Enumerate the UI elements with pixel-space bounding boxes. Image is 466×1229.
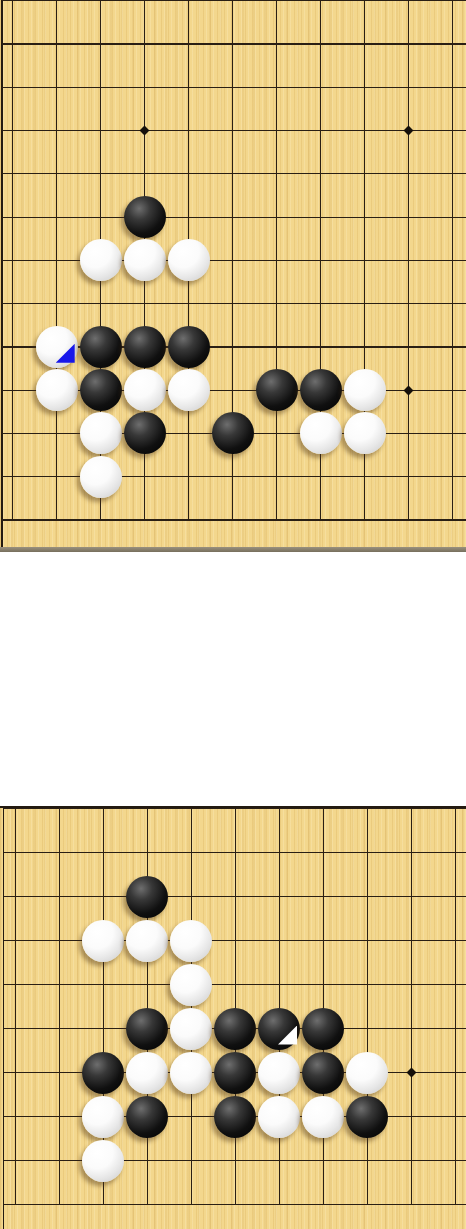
grid-line [147, 808, 148, 1205]
black-stone [126, 876, 168, 918]
grid-line [2, 43, 466, 44]
grid-line [323, 808, 324, 1205]
grid-line [452, 0, 453, 520]
white-stone [80, 456, 122, 498]
grid-line [15, 808, 16, 1205]
grid-line [276, 0, 277, 520]
white-stone [124, 369, 166, 411]
grid-line [2, 173, 466, 174]
white-stone [80, 239, 122, 281]
black-stone [124, 196, 166, 238]
black-stone [302, 1052, 344, 1094]
grid-line [2, 0, 466, 1]
grid-line [235, 808, 236, 1205]
black-stone [212, 412, 254, 454]
black-stone [124, 412, 166, 454]
page-root [0, 0, 466, 1229]
grid-line [2, 303, 466, 304]
grid-line [2, 217, 466, 218]
white-stone [258, 1052, 300, 1094]
white-stone [82, 920, 124, 962]
white-stone [82, 1096, 124, 1138]
grid-line [2, 519, 466, 520]
black-stone [82, 1052, 124, 1094]
page: { "game": "go", "description": "Two go d… [0, 0, 466, 1229]
black-stone [346, 1096, 388, 1138]
white-stone [126, 1052, 168, 1094]
white-stone [302, 1096, 344, 1138]
white-stone [82, 1140, 124, 1182]
grid-line [455, 808, 456, 1205]
white-stone [300, 412, 342, 454]
star-point [406, 1068, 416, 1078]
white-stone [346, 1052, 388, 1094]
grid-line [367, 808, 368, 1205]
board-edge-line [1, 0, 3, 547]
white-stone [170, 1008, 212, 1050]
star-point [404, 126, 414, 136]
black-stone [126, 1008, 168, 1050]
black-stone [80, 369, 122, 411]
grid-line [2, 260, 466, 261]
grid-line [279, 808, 280, 1205]
black-stone [168, 326, 210, 368]
go-board-top[interactable] [0, 0, 466, 552]
black-stone [300, 369, 342, 411]
black-stone [124, 326, 166, 368]
grid-line [2, 130, 466, 131]
black-stone [256, 369, 298, 411]
star-point [140, 126, 150, 136]
black-stone [214, 1096, 256, 1138]
white-stone [170, 964, 212, 1006]
white-stone [124, 239, 166, 281]
black-stone [80, 326, 122, 368]
black-stone [126, 1096, 168, 1138]
grid-line [59, 808, 60, 1205]
white-stone [344, 412, 386, 454]
white-stone [344, 369, 386, 411]
white-stone [170, 1052, 212, 1094]
grid-line [191, 808, 192, 1205]
black-stone [214, 1052, 256, 1094]
white-stone [126, 920, 168, 962]
grid-line [408, 0, 409, 520]
white-stone [168, 239, 210, 281]
white-stone [258, 1096, 300, 1138]
white-stone [80, 412, 122, 454]
board-edge-line [3, 806, 5, 1229]
grid-line [2, 476, 466, 477]
white-stone [170, 920, 212, 962]
grid-line [411, 808, 412, 1205]
white-stone [168, 369, 210, 411]
star-point [404, 385, 414, 395]
black-stone [214, 1008, 256, 1050]
grid-line [56, 0, 57, 520]
grid-line [12, 0, 13, 520]
black-stone [302, 1008, 344, 1050]
grid-line [2, 87, 466, 88]
go-board-bottom[interactable] [0, 806, 466, 1229]
board-shadow [0, 547, 466, 552]
white-stone [36, 369, 78, 411]
